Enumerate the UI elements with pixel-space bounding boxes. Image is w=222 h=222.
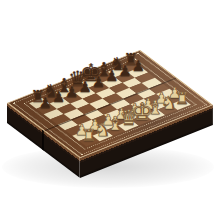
piece-black-pawn: ♟ <box>92 74 105 89</box>
piece-black-pawn: ♟ <box>132 58 145 73</box>
chess-set-photo: ♜♞♝♛♚♝♞♜♟♟♟♟♟♟♟♟♟♟♟♟♟♟♟♟♜♞♝♛♚♝♞♜ <box>0 0 222 222</box>
piece-black-pawn: ♟ <box>52 90 65 105</box>
piece-black-pawn: ♟ <box>105 69 118 84</box>
piece-black-pawn: ♟ <box>38 96 51 111</box>
fold-split <box>42 129 44 150</box>
piece-black-pawn: ♟ <box>65 85 78 100</box>
piece-black-pawn: ♟ <box>78 80 91 95</box>
piece-white-rook: ♜ <box>175 91 189 107</box>
piece-black-pawn: ♟ <box>118 64 131 79</box>
